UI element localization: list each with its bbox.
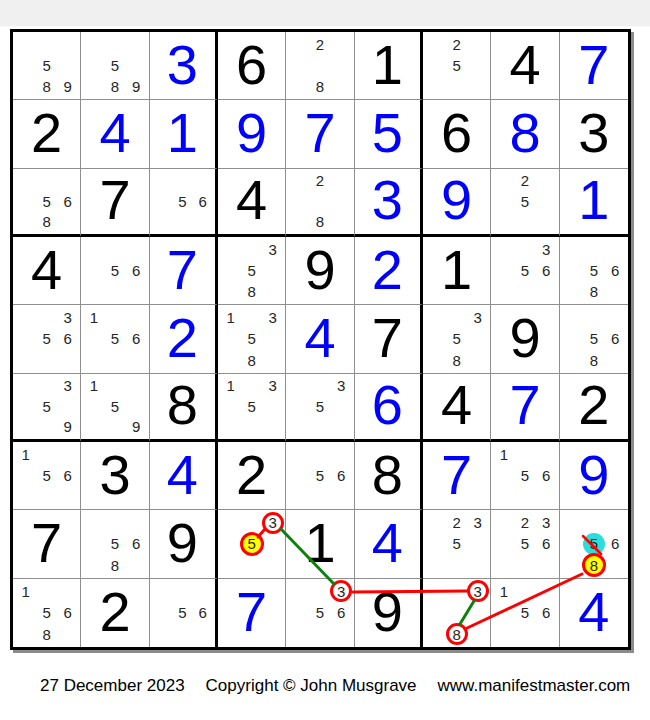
candidate-6: 6 (199, 605, 207, 620)
candidate-slot-6 (262, 533, 283, 554)
candidate-slot-4 (562, 328, 583, 349)
candidate-slot-9 (605, 555, 626, 576)
candidate-6: 6 (542, 536, 550, 551)
candidate-slot-1: 1 (15, 444, 36, 465)
candidate-slot-5: 5 (446, 533, 467, 554)
candidates: 56 (83, 239, 146, 302)
cell-r4c5[interactable]: 9 (286, 237, 354, 305)
candidate-5: 5 (316, 605, 324, 620)
candidate-slot-2 (36, 171, 57, 191)
candidate-6: 6 (337, 468, 345, 483)
candidates: 25 (425, 34, 488, 97)
candidate-slot-5: 5 (172, 602, 192, 623)
cell-r5c4[interactable]: 1358 (218, 305, 286, 373)
candidate-5: 5 (452, 536, 460, 551)
candidate-slot-1 (83, 239, 104, 260)
candidate-slot-9 (536, 212, 557, 232)
candidate-5: 5 (111, 331, 119, 346)
candidate-2: 2 (316, 37, 324, 52)
digit-given: 6 (236, 37, 267, 93)
cell-r9c9[interactable]: 4 (560, 579, 628, 647)
candidates: 568 (562, 307, 626, 370)
digit-given: 8 (372, 447, 403, 503)
candidate-5: 5 (247, 399, 255, 414)
candidate-slot-3 (193, 171, 213, 191)
candidate-5: 5 (111, 263, 119, 278)
candidate-slot-3: 3 (262, 376, 283, 396)
candidate-slot-5: 5 (36, 602, 57, 623)
candidate-slot-8: 8 (309, 212, 330, 232)
candidate-slot-4 (83, 328, 104, 349)
candidate-slot-9 (536, 486, 557, 507)
candidate-slot-2 (36, 307, 57, 328)
cell-r3c2[interactable]: 7 (81, 169, 149, 237)
cell-r1c5[interactable]: 28 (286, 32, 354, 100)
cell-r8c7[interactable]: 235 (423, 510, 491, 578)
candidate-slot-6 (536, 191, 557, 211)
cell-r6c5[interactable]: 35 (286, 374, 354, 442)
candidate-slot-1 (425, 581, 446, 602)
candidate-slot-6 (467, 55, 488, 76)
cell-r7c6[interactable]: 8 (355, 442, 423, 510)
cell-r9c2[interactable]: 2 (81, 579, 149, 647)
cell-r9c3[interactable]: 56 (150, 579, 218, 647)
cell-r4c7[interactable]: 1 (423, 237, 491, 305)
candidate-slot-3 (331, 34, 352, 55)
cell-r5c7[interactable]: 358 (423, 305, 491, 373)
cell-r1c8[interactable]: 4 (491, 32, 559, 100)
cell-r2c4[interactable]: 9 (218, 100, 286, 168)
candidate-slot-9 (193, 212, 213, 232)
candidate-slot-7 (562, 281, 583, 302)
digit-solved: 4 (99, 105, 130, 161)
candidate-9: 9 (64, 419, 72, 434)
cell-r7c2[interactable]: 3 (81, 442, 149, 510)
cell-r7c8[interactable]: 156 (491, 442, 559, 510)
candidate-slot-9 (262, 350, 283, 371)
digit-given: 7 (31, 515, 62, 571)
cell-r1c6[interactable]: 1 (355, 32, 423, 100)
cell-r9c1[interactable]: 1568 (13, 579, 81, 647)
candidate-slot-6 (57, 396, 78, 416)
cell-r7c5[interactable]: 56 (286, 442, 354, 510)
candidate-slot-3 (605, 239, 626, 260)
candidate-slot-7 (83, 281, 104, 302)
cell-r6c7[interactable]: 4 (423, 374, 491, 442)
candidates: 1568 (15, 581, 78, 645)
candidate-slot-4 (493, 465, 514, 486)
candidate-slot-1 (493, 239, 514, 260)
candidate-slot-2 (309, 581, 330, 602)
footer-website[interactable]: www.manifestmaster.com (438, 676, 631, 695)
candidate-slot-9 (605, 350, 626, 371)
candidate-slot-7 (83, 417, 104, 437)
candidate-slot-2 (583, 239, 604, 260)
candidate-slot-8: 8 (446, 624, 467, 645)
candidate-slot-1 (288, 376, 309, 396)
digit-given: 2 (578, 377, 609, 433)
candidate-1: 1 (226, 310, 234, 325)
cell-r1c3[interactable]: 3 (150, 32, 218, 100)
cell-r3c6[interactable]: 3 (355, 169, 423, 237)
cell-r2c1[interactable]: 2 (13, 100, 81, 168)
cell-r1c4[interactable]: 6 (218, 32, 286, 100)
candidate-slot-2 (172, 171, 192, 191)
cell-r4c4[interactable]: 358 (218, 237, 286, 305)
cell-r5c5[interactable]: 4 (286, 305, 354, 373)
footer-date: 27 December 2023 (40, 676, 185, 695)
candidate-5: 5 (590, 263, 598, 278)
candidate-slot-2 (514, 444, 535, 465)
candidate-slot-1 (425, 34, 446, 55)
candidate-8: 8 (42, 627, 50, 642)
candidate-6: 6 (64, 605, 72, 620)
cell-r6c6[interactable]: 6 (355, 374, 423, 442)
cell-r3c9[interactable]: 1 (560, 169, 628, 237)
cell-r7c4[interactable]: 2 (218, 442, 286, 510)
candidate-slot-6 (126, 55, 147, 76)
candidate-slot-4 (83, 396, 104, 416)
cell-r9c6[interactable]: 9 (355, 579, 423, 647)
candidates: 568 (562, 512, 626, 575)
candidate-slot-5: 5 (36, 396, 57, 416)
candidate-slot-4 (493, 191, 514, 211)
cell-r5c3[interactable]: 2 (150, 305, 218, 373)
candidate-slot-9 (536, 555, 557, 576)
cell-r7c3[interactable]: 4 (150, 442, 218, 510)
digit-solved: 3 (167, 37, 198, 93)
cell-r6c9[interactable]: 2 (560, 374, 628, 442)
digit-given: 7 (372, 310, 403, 366)
candidate-9: 9 (132, 419, 140, 434)
candidates: 235 (425, 512, 488, 575)
candidate-slot-2 (36, 444, 57, 465)
candidate-slot-9: 9 (57, 76, 78, 97)
cell-r5c1[interactable]: 356 (13, 305, 81, 373)
cell-r9c4[interactable]: 7 (218, 579, 286, 647)
candidate-slot-7 (152, 624, 172, 645)
cell-r8c1[interactable]: 7 (13, 510, 81, 578)
cell-r8c3[interactable]: 9 (150, 510, 218, 578)
cell-r8c9[interactable]: 568 (560, 510, 628, 578)
candidate-1: 1 (226, 378, 234, 393)
candidate-3: 3 (474, 584, 482, 599)
cell-r9c7[interactable]: 38 (423, 579, 491, 647)
cell-r4c2[interactable]: 56 (81, 237, 149, 305)
cell-r7c7[interactable]: 7 (423, 442, 491, 510)
cell-r8c5[interactable]: 1 (286, 510, 354, 578)
candidate-slot-7 (83, 350, 104, 371)
candidate-slot-5 (309, 55, 330, 76)
candidate-slot-3: 3 (57, 307, 78, 328)
candidate-slot-6 (331, 396, 352, 416)
cell-r2c9[interactable]: 3 (560, 100, 628, 168)
candidate-slot-5: 5 (583, 328, 604, 349)
candidate-slot-8 (36, 417, 57, 437)
candidate-slot-9 (193, 624, 213, 645)
candidate-slot-8 (514, 486, 535, 507)
candidate-slot-6: 6 (331, 465, 352, 486)
candidate-slot-7 (83, 76, 104, 97)
cell-r6c1[interactable]: 359 (13, 374, 81, 442)
candidates: 56 (152, 581, 213, 645)
cell-r8c8[interactable]: 2356 (491, 510, 559, 578)
candidate-slot-4 (288, 396, 309, 416)
digit-given: 1 (441, 242, 472, 298)
candidate-slot-2 (104, 307, 125, 328)
candidate-slot-7 (15, 486, 36, 507)
cell-r7c1[interactable]: 156 (13, 442, 81, 510)
candidates: 135 (220, 376, 283, 437)
candidate-slot-5: 5 (241, 328, 262, 349)
candidate-slot-4 (152, 191, 172, 211)
candidate-slot-6: 6 (536, 602, 557, 623)
candidate-2: 2 (316, 173, 324, 188)
candidate-slot-4 (425, 602, 446, 623)
digit-solved: 7 (509, 377, 540, 433)
candidate-3: 3 (64, 310, 72, 325)
digit-solved: 7 (236, 584, 267, 640)
candidates: 568 (15, 171, 78, 232)
candidate-slot-1: 1 (493, 444, 514, 465)
candidate-slot-4 (288, 55, 309, 76)
cell-r5c9[interactable]: 568 (560, 305, 628, 373)
candidate-slot-7 (288, 76, 309, 97)
cell-r2c5[interactable]: 7 (286, 100, 354, 168)
cell-r1c1[interactable]: 589 (13, 32, 81, 100)
candidate-3: 3 (474, 310, 482, 325)
candidate-slot-7 (15, 417, 36, 437)
candidate-5: 5 (178, 194, 186, 209)
digit-solved: 4 (304, 310, 335, 366)
candidate-slot-5: 5 (514, 602, 535, 623)
cell-r1c7[interactable]: 25 (423, 32, 491, 100)
candidate-slot-4 (288, 191, 309, 211)
candidate-slot-1: 1 (220, 307, 241, 328)
cell-r7c9[interactable]: 9 (560, 442, 628, 510)
candidate-5: 5 (452, 58, 460, 73)
cell-r2c8[interactable]: 8 (491, 100, 559, 168)
candidate-slot-8 (104, 417, 125, 437)
cell-r6c8[interactable]: 7 (491, 374, 559, 442)
candidate-2: 2 (521, 173, 529, 188)
candidate-1: 1 (21, 447, 29, 462)
candidate-3: 3 (269, 378, 277, 393)
candidate-5: 5 (590, 536, 598, 551)
cell-r3c7[interactable]: 9 (423, 169, 491, 237)
candidate-5: 5 (452, 331, 460, 346)
cell-r3c3[interactable]: 56 (150, 169, 218, 237)
cell-r3c5[interactable]: 28 (286, 169, 354, 237)
candidate-slot-3 (467, 34, 488, 55)
candidate-slot-3 (57, 34, 78, 55)
candidate-slot-6: 6 (331, 602, 352, 623)
candidate-slot-1 (493, 171, 514, 191)
candidate-slot-1 (15, 376, 36, 396)
candidate-3: 3 (474, 515, 482, 530)
cell-r2c3[interactable]: 1 (150, 100, 218, 168)
candidate-5: 5 (111, 399, 119, 414)
cell-r6c2[interactable]: 159 (81, 374, 149, 442)
candidate-slot-4 (425, 55, 446, 76)
candidates: 28 (288, 34, 351, 97)
candidate-3: 3 (269, 310, 277, 325)
candidate-8: 8 (452, 353, 460, 368)
candidate-slot-5: 5 (36, 55, 57, 76)
cell-r5c6[interactable]: 7 (355, 305, 423, 373)
cell-r4c8[interactable]: 356 (491, 237, 559, 305)
candidate-5: 5 (316, 468, 324, 483)
cell-r6c3[interactable]: 8 (150, 374, 218, 442)
cell-r5c2[interactable]: 156 (81, 305, 149, 373)
candidate-slot-1 (15, 34, 36, 55)
candidate-slot-3: 3 (536, 239, 557, 260)
candidate-slot-6: 6 (536, 260, 557, 281)
candidate-6: 6 (132, 536, 140, 551)
candidate-5: 5 (521, 194, 529, 209)
candidate-slot-9 (605, 281, 626, 302)
candidate-slot-4 (15, 328, 36, 349)
cell-r2c7[interactable]: 6 (423, 100, 491, 168)
cell-r9c8[interactable]: 156 (491, 579, 559, 647)
candidate-5: 5 (247, 536, 255, 551)
candidate-slot-5: 5 (309, 602, 330, 623)
candidate-slot-2 (241, 512, 262, 533)
candidates: 356 (288, 581, 351, 645)
candidate-slot-2 (36, 581, 57, 602)
candidates: 568 (562, 239, 626, 302)
candidate-slot-3 (605, 307, 626, 328)
cell-r4c6[interactable]: 2 (355, 237, 423, 305)
cell-r3c1[interactable]: 568 (13, 169, 81, 237)
digit-solved: 4 (167, 447, 198, 503)
candidate-slot-7 (562, 555, 583, 576)
candidate-slot-8 (514, 624, 535, 645)
candidate-slot-5: 5 (583, 533, 604, 554)
candidate-slot-5: 5 (36, 328, 57, 349)
footer-copyright: Copyright © John Musgrave (206, 676, 417, 695)
candidate-6: 6 (337, 605, 345, 620)
cell-r8c6[interactable]: 4 (355, 510, 423, 578)
candidate-slot-4 (15, 396, 36, 416)
digit-given: 4 (509, 37, 540, 93)
candidate-slot-4 (220, 533, 241, 554)
candidate-slot-3 (126, 307, 147, 328)
cell-r4c1[interactable]: 4 (13, 237, 81, 305)
candidate-3: 3 (269, 515, 277, 530)
candidate-3: 3 (542, 242, 550, 257)
candidate-6: 6 (611, 263, 619, 278)
cell-r8c2[interactable]: 568 (81, 510, 149, 578)
digit-solved: 4 (578, 584, 609, 640)
cell-r1c2[interactable]: 589 (81, 32, 149, 100)
digit-given: 2 (99, 584, 130, 640)
candidate-slot-5: 5 (104, 55, 125, 76)
candidate-9: 9 (132, 79, 140, 94)
cell-r4c3[interactable]: 7 (150, 237, 218, 305)
candidate-slot-9 (536, 281, 557, 302)
candidate-slot-8 (104, 350, 125, 371)
candidate-slot-8 (172, 212, 192, 232)
candidate-8: 8 (111, 79, 119, 94)
candidates: 28 (288, 171, 351, 232)
candidate-slot-1: 1 (220, 376, 241, 396)
candidate-slot-4 (493, 260, 514, 281)
candidate-slot-2: 2 (309, 171, 330, 191)
digit-solved: 7 (441, 447, 472, 503)
candidate-slot-1 (152, 581, 172, 602)
digit-given: 2 (31, 105, 62, 161)
candidate-slot-2 (172, 581, 192, 602)
candidate-slot-9 (262, 555, 283, 576)
candidate-slot-9 (126, 281, 147, 302)
candidate-slot-1 (493, 512, 514, 533)
candidate-slot-8: 8 (583, 281, 604, 302)
cell-r9c5[interactable]: 356 (286, 579, 354, 647)
candidates: 356 (15, 307, 78, 370)
candidate-slot-1 (220, 239, 241, 260)
candidate-6: 6 (132, 331, 140, 346)
candidate-slot-6 (126, 396, 147, 416)
candidate-slot-7 (220, 555, 241, 576)
cell-r6c4[interactable]: 135 (218, 374, 286, 442)
candidate-6: 6 (542, 468, 550, 483)
candidate-5: 5 (590, 331, 598, 346)
candidate-slot-5: 5 (104, 328, 125, 349)
candidate-slot-6: 6 (57, 328, 78, 349)
cell-r2c6[interactable]: 5 (355, 100, 423, 168)
candidate-slot-7 (220, 417, 241, 437)
cell-r3c8[interactable]: 25 (491, 169, 559, 237)
digit-solved: 1 (167, 105, 198, 161)
candidate-slot-6 (467, 533, 488, 554)
candidate-slot-5: 5 (104, 533, 125, 554)
candidate-slot-2: 2 (446, 512, 467, 533)
cell-r4c9[interactable]: 568 (560, 237, 628, 305)
candidate-8: 8 (42, 79, 50, 94)
candidate-5: 5 (247, 331, 255, 346)
candidate-slot-8 (36, 350, 57, 371)
candidate-slot-3 (126, 376, 147, 396)
candidate-slot-1 (288, 171, 309, 191)
cell-r3c4[interactable]: 4 (218, 169, 286, 237)
digit-given: 9 (304, 242, 335, 298)
candidate-slot-4 (288, 602, 309, 623)
candidate-slot-5: 5 (514, 260, 535, 281)
candidate-5: 5 (42, 605, 50, 620)
candidate-slot-8: 8 (241, 350, 262, 371)
candidate-slot-7 (288, 486, 309, 507)
candidate-slot-9 (57, 624, 78, 645)
candidate-slot-7 (15, 212, 36, 232)
cell-r2c2[interactable]: 4 (81, 100, 149, 168)
candidate-slot-3: 3 (262, 512, 283, 533)
digit-given: 1 (372, 37, 403, 93)
cell-r1c9[interactable]: 7 (560, 32, 628, 100)
candidate-slot-2 (241, 239, 262, 260)
cell-r8c4[interactable]: 35 (218, 510, 286, 578)
cell-r5c8[interactable]: 9 (491, 305, 559, 373)
candidate-2: 2 (452, 37, 460, 52)
digit-solved: 1 (578, 172, 609, 228)
candidate-slot-8: 8 (104, 555, 125, 576)
candidate-slot-6: 6 (605, 533, 626, 554)
digit-given: 1 (304, 515, 335, 571)
candidate-slot-1 (288, 34, 309, 55)
candidate-5: 5 (316, 399, 324, 414)
candidates: 35 (288, 376, 351, 437)
digit-given: 2 (236, 447, 267, 503)
